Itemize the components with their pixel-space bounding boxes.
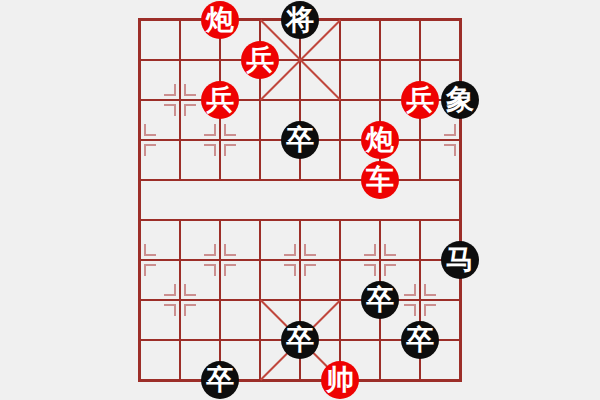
grid-line-vertical: [219, 219, 221, 381]
star-point-mark: [304, 264, 316, 276]
star-point-mark: [204, 244, 216, 256]
piece-black-soldier[interactable]: 卒: [281, 121, 319, 159]
piece-red-cannon[interactable]: 炮: [361, 121, 399, 159]
star-point-mark: [224, 124, 236, 136]
grid-line-vertical: [179, 20, 181, 181]
piece-black-soldier[interactable]: 卒: [281, 321, 319, 359]
star-point-mark: [424, 304, 436, 316]
star-point-mark: [224, 244, 236, 256]
piece-red-cannon[interactable]: 炮: [201, 1, 239, 39]
star-point-mark: [284, 264, 296, 276]
piece-black-horse[interactable]: 马: [441, 241, 479, 279]
star-point-mark: [184, 284, 196, 296]
screenshot-stage: 炮将兵兵兵象卒炮车马卒卒卒卒帅: [0, 0, 600, 400]
piece-red-soldier[interactable]: 兵: [401, 81, 439, 119]
star-point-mark: [384, 244, 396, 256]
star-point-mark: [404, 284, 416, 296]
star-point-mark: [184, 104, 196, 116]
piece-red-general[interactable]: 帅: [321, 361, 359, 399]
star-point-mark: [444, 124, 456, 136]
star-point-mark: [224, 264, 236, 276]
piece-red-chariot[interactable]: 车: [361, 161, 399, 199]
piece-black-soldier[interactable]: 卒: [361, 281, 399, 319]
star-point-mark: [144, 124, 156, 136]
star-point-mark: [204, 124, 216, 136]
piece-red-soldier[interactable]: 兵: [241, 41, 279, 79]
piece-black-general[interactable]: 将: [281, 1, 319, 39]
star-point-mark: [424, 284, 436, 296]
star-point-mark: [184, 304, 196, 316]
star-point-mark: [144, 244, 156, 256]
star-point-mark: [144, 144, 156, 156]
star-point-mark: [204, 144, 216, 156]
star-point-mark: [144, 264, 156, 276]
star-point-mark: [224, 144, 236, 156]
xiangqi-board: 炮将兵兵兵象卒炮车马卒卒卒卒帅: [0, 0, 600, 400]
star-point-mark: [284, 244, 296, 256]
piece-black-soldier[interactable]: 卒: [201, 361, 239, 399]
star-point-mark: [164, 84, 176, 96]
star-point-mark: [204, 264, 216, 276]
star-point-mark: [184, 84, 196, 96]
grid-line-vertical: [179, 219, 181, 381]
star-point-mark: [404, 304, 416, 316]
piece-black-elephant[interactable]: 象: [441, 81, 479, 119]
star-point-mark: [364, 264, 376, 276]
piece-black-soldier[interactable]: 卒: [401, 321, 439, 359]
star-point-mark: [444, 144, 456, 156]
piece-red-soldier[interactable]: 兵: [201, 81, 239, 119]
star-point-mark: [384, 264, 396, 276]
star-point-mark: [364, 244, 376, 256]
star-point-mark: [304, 244, 316, 256]
star-point-mark: [164, 284, 176, 296]
star-point-mark: [164, 304, 176, 316]
star-point-mark: [164, 104, 176, 116]
